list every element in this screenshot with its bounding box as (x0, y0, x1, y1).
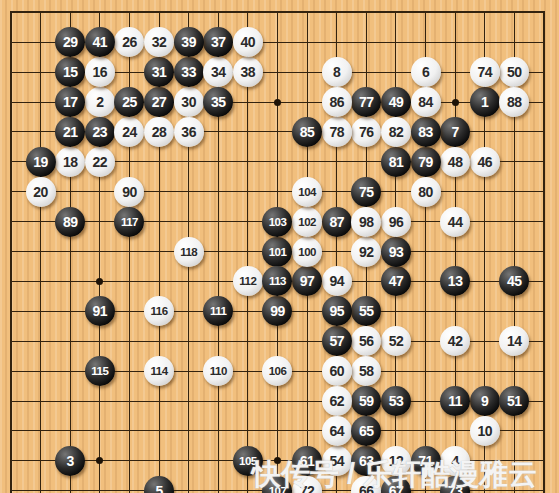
stone-75[interactable]: 75 (351, 177, 381, 207)
stone-103[interactable]: 103 (262, 207, 292, 237)
stone-64[interactable]: 64 (322, 416, 352, 446)
stone-38[interactable]: 38 (233, 57, 263, 87)
stone-2[interactable]: 2 (85, 87, 115, 117)
stone-83[interactable]: 83 (411, 117, 441, 147)
stone-9[interactable]: 9 (470, 386, 500, 416)
stone-60[interactable]: 60 (322, 356, 352, 386)
stone-81[interactable]: 81 (381, 147, 411, 177)
stone-80[interactable]: 80 (411, 177, 441, 207)
stone-20[interactable]: 20 (26, 177, 56, 207)
stone-115[interactable]: 115 (85, 356, 115, 386)
stone-6[interactable]: 6 (411, 57, 441, 87)
stone-53[interactable]: 53 (381, 386, 411, 416)
stone-102[interactable]: 102 (292, 207, 322, 237)
watermark: 快传号 / 乐轩酷漫雅云 (252, 455, 537, 493)
go-board[interactable]: 1234567891011121314151617181920212223242… (0, 0, 559, 493)
stone-39[interactable]: 39 (174, 27, 204, 57)
grid-line-vertical (40, 11, 41, 493)
stone-98[interactable]: 98 (351, 207, 381, 237)
stone-16[interactable]: 16 (85, 57, 115, 87)
grid-line-vertical (129, 11, 130, 493)
stone-93[interactable]: 93 (381, 237, 411, 267)
grid-line-vertical (10, 11, 12, 493)
stone-44[interactable]: 44 (440, 207, 470, 237)
grid-line-vertical (455, 11, 456, 493)
stone-28[interactable]: 28 (144, 117, 174, 147)
stone-101[interactable]: 101 (262, 237, 292, 267)
stone-52[interactable]: 52 (381, 326, 411, 356)
stone-30[interactable]: 30 (174, 87, 204, 117)
stone-92[interactable]: 92 (351, 237, 381, 267)
stone-33[interactable]: 33 (174, 57, 204, 87)
stone-40[interactable]: 40 (233, 27, 263, 57)
stone-27[interactable]: 27 (144, 87, 174, 117)
stone-7[interactable]: 7 (440, 117, 470, 147)
stone-3[interactable]: 3 (55, 446, 85, 476)
stone-117[interactable]: 117 (114, 207, 144, 237)
stone-57[interactable]: 57 (322, 326, 352, 356)
hoshi-point (274, 99, 281, 106)
stone-65[interactable]: 65 (351, 416, 381, 446)
stone-48[interactable]: 48 (440, 147, 470, 177)
stone-62[interactable]: 62 (322, 386, 352, 416)
stone-22[interactable]: 22 (85, 147, 115, 177)
stone-36[interactable]: 36 (174, 117, 204, 147)
grid-line-horizontal (10, 430, 545, 431)
stone-82[interactable]: 82 (381, 117, 411, 147)
stone-18[interactable]: 18 (55, 147, 85, 177)
stone-100[interactable]: 100 (292, 237, 322, 267)
stone-46[interactable]: 46 (470, 147, 500, 177)
stone-79[interactable]: 79 (411, 147, 441, 177)
stone-1[interactable]: 1 (470, 87, 500, 117)
stone-41[interactable]: 41 (85, 27, 115, 57)
stone-23[interactable]: 23 (85, 117, 115, 147)
grid-line-vertical (543, 11, 545, 493)
stone-96[interactable]: 96 (381, 207, 411, 237)
stone-21[interactable]: 21 (55, 117, 85, 147)
grid-line-horizontal (10, 11, 545, 13)
stone-49[interactable]: 49 (381, 87, 411, 117)
stone-104[interactable]: 104 (292, 177, 322, 207)
stone-114[interactable]: 114 (144, 356, 174, 386)
stone-85[interactable]: 85 (292, 117, 322, 147)
stone-76[interactable]: 76 (351, 117, 381, 147)
stone-95[interactable]: 95 (322, 296, 352, 326)
stone-94[interactable]: 94 (322, 266, 352, 296)
stone-74[interactable]: 74 (470, 57, 500, 87)
stone-91[interactable]: 91 (85, 296, 115, 326)
stone-118[interactable]: 118 (174, 237, 204, 267)
stone-84[interactable]: 84 (411, 87, 441, 117)
grid-line-horizontal (10, 191, 545, 192)
hoshi-point (452, 99, 459, 106)
stone-78[interactable]: 78 (322, 117, 352, 147)
stone-31[interactable]: 31 (144, 57, 174, 87)
stone-86[interactable]: 86 (322, 87, 352, 117)
stone-11[interactable]: 11 (440, 386, 470, 416)
stone-87[interactable]: 87 (322, 207, 352, 237)
stone-8[interactable]: 8 (322, 57, 352, 87)
stone-89[interactable]: 89 (55, 207, 85, 237)
stone-19[interactable]: 19 (26, 147, 56, 177)
stone-10[interactable]: 10 (470, 416, 500, 446)
stone-90[interactable]: 90 (114, 177, 144, 207)
